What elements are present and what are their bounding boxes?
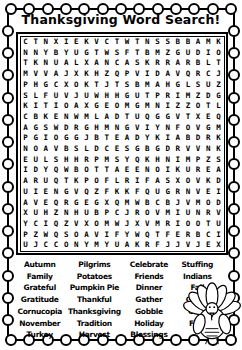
- chain-bead: [228, 92, 240, 104]
- grid-cell: C: [203, 229, 213, 240]
- grid-cell: S: [61, 229, 71, 240]
- letter-grid: CTNXIEKVCTWTNSSBBAMKNNYBYUGTWSFTBMZGUDIO…: [21, 37, 224, 251]
- grid-cell: N: [31, 47, 41, 58]
- grid-cell: G: [122, 122, 132, 133]
- grid-cell: M: [163, 208, 173, 219]
- grid-cell: F: [112, 229, 122, 240]
- chain-bead: [2, 270, 14, 282]
- grid-cell: E: [122, 165, 132, 176]
- grid-cell: F: [102, 186, 112, 197]
- grid-cell: N: [183, 186, 193, 197]
- grid-cell: I: [41, 133, 51, 144]
- grid-cell: I: [173, 208, 183, 219]
- grid-cell: M: [142, 79, 152, 90]
- word-item: Pumpkin Pie: [66, 282, 124, 294]
- grid-cell: B: [92, 133, 102, 144]
- grid-cell: A: [61, 58, 71, 69]
- word-item: Holiday: [123, 318, 175, 330]
- grid-cell: L: [183, 79, 193, 90]
- grid-cell: S: [193, 79, 203, 90]
- grid-cell: A: [71, 101, 81, 112]
- grid-cell: Z: [92, 186, 102, 197]
- grid-cell: B: [193, 58, 203, 69]
- grid-cell: S: [122, 79, 132, 90]
- grid-cell: A: [21, 176, 31, 187]
- grid-cell: V: [51, 143, 61, 154]
- grid-cell: G: [31, 122, 41, 133]
- grid-cell: M: [193, 197, 203, 208]
- grid-cell: I: [31, 186, 41, 197]
- word-item: Potatoes: [66, 271, 124, 283]
- grid-cell: Y: [61, 47, 71, 58]
- grid-cell: U: [21, 186, 31, 197]
- grid-cell: Y: [81, 240, 91, 251]
- grid-cell: N: [152, 101, 162, 112]
- word-item: Family: [14, 271, 66, 283]
- grid-cell: R: [61, 197, 71, 208]
- grid-cell: C: [102, 143, 112, 154]
- grid-cell: N: [193, 208, 203, 219]
- grid-cell: V: [193, 143, 203, 154]
- grid-cell: M: [203, 37, 213, 48]
- grid-cell: K: [213, 37, 223, 48]
- grid-cell: I: [61, 37, 71, 48]
- grid-cell: J: [81, 133, 91, 144]
- grid-cell: T: [31, 37, 41, 48]
- grid-cell: J: [102, 79, 112, 90]
- grid-cell: C: [31, 218, 41, 229]
- grid-cell: H: [71, 208, 81, 219]
- grid-cell: S: [21, 90, 31, 101]
- grid-cell: Z: [193, 90, 203, 101]
- word-item: Gratitude: [14, 294, 66, 306]
- grid-cell: S: [163, 37, 173, 48]
- grid-cell: Q: [142, 186, 152, 197]
- word-item: Cornucopia: [14, 306, 66, 318]
- grid-cell: B: [173, 37, 183, 48]
- grid-cell: I: [41, 218, 51, 229]
- grid-cell: J: [213, 69, 223, 80]
- grid-cell: V: [71, 186, 81, 197]
- grid-cell: A: [122, 133, 132, 144]
- grid-cell: Q: [142, 229, 152, 240]
- grid-cell: W: [51, 122, 61, 133]
- grid-cell: V: [173, 111, 183, 122]
- grid-inner-border: CTNXIEKVCTWTNSSBBAMKNNYBYUGTWSFTBMZGUDIO…: [20, 36, 225, 252]
- grid-cell: N: [112, 122, 122, 133]
- grid-cell: R: [193, 69, 203, 80]
- grid-cell: R: [152, 58, 162, 69]
- grid-cell: V: [193, 176, 203, 187]
- grid-cell: O: [92, 218, 102, 229]
- grid-cell: Q: [142, 111, 152, 122]
- grid-cell: U: [203, 79, 213, 90]
- grid-cell: T: [122, 111, 132, 122]
- grid-cell: E: [112, 133, 122, 144]
- grid-cell: Z: [173, 101, 183, 112]
- grid-cell: T: [142, 90, 152, 101]
- grid-cell: J: [122, 218, 132, 229]
- grid-cell: I: [173, 218, 183, 229]
- grid-cell: M: [183, 90, 193, 101]
- grid-cell: I: [142, 122, 152, 133]
- grid-cell: T: [102, 165, 112, 176]
- grid-cell: R: [122, 176, 132, 187]
- grid-cell: W: [112, 218, 122, 229]
- grid-cell: X: [21, 208, 31, 219]
- word-item: Thankful: [66, 294, 124, 306]
- grid-cell: G: [71, 197, 81, 208]
- word-item: Celebrate: [123, 259, 175, 271]
- grid-cell: C: [152, 197, 162, 208]
- grid-cell: G: [41, 79, 51, 90]
- grid-cell: X: [81, 101, 91, 112]
- grid-cell: Q: [81, 186, 91, 197]
- grid-cell: C: [21, 111, 31, 122]
- grid-cell: B: [193, 229, 203, 240]
- grid-cell: Z: [163, 47, 173, 58]
- chain-bead: [228, 203, 240, 215]
- grid-cell: X: [51, 37, 61, 48]
- grid-cell: F: [132, 186, 142, 197]
- grid-cell: B: [183, 133, 193, 144]
- grid-cell: I: [142, 69, 152, 80]
- word-item: Autumn: [14, 259, 66, 271]
- grid-cell: D: [163, 143, 173, 154]
- word-item: Blessings: [123, 329, 175, 341]
- chain-bead: [228, 181, 240, 193]
- grid-cell: Q: [51, 197, 61, 208]
- word-item: Gobble: [123, 306, 175, 318]
- grid-cell: K: [122, 186, 132, 197]
- grid-cell: I: [163, 165, 173, 176]
- grid-cell: K: [152, 133, 162, 144]
- chain-bead: [2, 181, 14, 193]
- grid-cell: O: [61, 101, 71, 112]
- grid-cell: F: [41, 90, 51, 101]
- grid-cell: X: [71, 69, 81, 80]
- grid-cell: I: [173, 90, 183, 101]
- word-column: CelebrateFriendsDinnerGatherGobbleHolida…: [123, 259, 175, 341]
- grid-cell: G: [122, 90, 132, 101]
- grid-cell: Y: [122, 154, 132, 165]
- grid-cell: V: [41, 69, 51, 80]
- grid-cell: H: [61, 154, 71, 165]
- grid-cell: R: [203, 208, 213, 219]
- word-item: Stuffing: [175, 259, 220, 271]
- grid-cell: U: [112, 240, 122, 251]
- grid-cell: N: [41, 37, 51, 48]
- grid-cell: R: [142, 240, 152, 251]
- grid-cell: G: [203, 122, 213, 133]
- grid-cell: R: [173, 143, 183, 154]
- grid-cell: A: [193, 37, 203, 48]
- word-item: Harvest: [66, 329, 124, 341]
- grid-cell: N: [142, 37, 152, 48]
- grid-cell: B: [132, 79, 142, 90]
- grid-cell: L: [203, 58, 213, 69]
- grid-cell: D: [112, 111, 122, 122]
- grid-cell: E: [41, 186, 51, 197]
- grid-cell: D: [213, 197, 223, 208]
- grid-cell: J: [61, 69, 71, 80]
- grid-cell: C: [51, 240, 61, 251]
- grid-cell: G: [81, 47, 91, 58]
- grid-cell: V: [92, 37, 102, 48]
- grid-cell: K: [81, 37, 91, 48]
- grid-cell: I: [31, 101, 41, 112]
- grid-cell: G: [152, 143, 162, 154]
- grid-cell: D: [92, 143, 102, 154]
- grid-cell: E: [41, 197, 51, 208]
- grid-cell: C: [112, 208, 122, 219]
- grid-cell: H: [92, 69, 102, 80]
- grid-cell: B: [163, 197, 173, 208]
- grid-cell: E: [203, 111, 213, 122]
- turkey-clipart: [180, 280, 242, 348]
- grid-cell: N: [61, 208, 71, 219]
- grid-cell: G: [81, 122, 91, 133]
- grid-cell: A: [122, 240, 132, 251]
- grid-cell: A: [102, 111, 112, 122]
- grid-cell: H: [112, 90, 122, 101]
- grid-cell: G: [163, 111, 173, 122]
- grid-cell: S: [112, 154, 122, 165]
- grid-cell: L: [41, 154, 51, 165]
- grid-cell: I: [21, 165, 31, 176]
- grid-cell: H: [41, 208, 51, 219]
- grid-cell: M: [102, 122, 112, 133]
- grid-cell: V: [92, 229, 102, 240]
- grid-cell: P: [81, 176, 91, 187]
- grid-cell: K: [31, 58, 41, 69]
- grid-cell: R: [183, 229, 193, 240]
- grid-cell: C: [21, 37, 31, 48]
- grid-cell: Q: [112, 197, 122, 208]
- grid-cell: U: [71, 47, 81, 58]
- grid-cell: Q: [213, 111, 223, 122]
- grid-cell: X: [173, 176, 183, 187]
- grid-cell: Z: [61, 218, 71, 229]
- chain-bead: [2, 225, 14, 237]
- grid-cell: Y: [41, 47, 51, 58]
- chain-bead: [228, 47, 240, 59]
- grid-cell: U: [183, 47, 193, 58]
- grid-cell: K: [41, 111, 51, 122]
- grid-cell: S: [122, 143, 132, 154]
- grid-cell: V: [213, 208, 223, 219]
- grid-cell: T: [92, 47, 102, 58]
- grid-cell: D: [31, 165, 41, 176]
- grid-cell: C: [102, 37, 112, 48]
- grid-cell: O: [112, 101, 122, 112]
- grid-cell: E: [51, 111, 61, 122]
- grid-cell: B: [31, 111, 41, 122]
- grid-cell: R: [183, 58, 193, 69]
- grid-cell: Y: [142, 133, 152, 144]
- chain-bead: [228, 247, 240, 259]
- grid-cell: O: [193, 218, 203, 229]
- grid-cell: M: [122, 101, 132, 112]
- grid-cell: H: [71, 154, 81, 165]
- grid-cell: V: [71, 218, 81, 229]
- grid-cell: D: [203, 90, 213, 101]
- grid-cell: I: [213, 229, 223, 240]
- grid-cell: G: [152, 111, 162, 122]
- grid-cell: Q: [51, 176, 61, 187]
- grid-cell: O: [142, 208, 152, 219]
- grid-cell: V: [183, 240, 193, 251]
- grid-cell: S: [51, 154, 61, 165]
- grid-cell: G: [163, 186, 173, 197]
- grid-cell: H: [92, 122, 102, 133]
- word-item: Thanksgiving: [66, 306, 124, 318]
- grid-cell: E: [203, 165, 213, 176]
- grid-cell: P: [92, 154, 102, 165]
- grid-cell: E: [102, 101, 112, 112]
- grid-cell: S: [163, 176, 173, 187]
- grid-cell: F: [142, 176, 152, 187]
- grid-cell: U: [81, 90, 91, 101]
- grid-cell: V: [183, 197, 193, 208]
- grid-cell: O: [193, 101, 203, 112]
- grid-cell: U: [31, 208, 41, 219]
- word-item: November: [14, 318, 66, 330]
- grid-cell: U: [41, 176, 51, 187]
- grid-cell: D: [61, 122, 71, 133]
- grid-cell: O: [81, 165, 91, 176]
- grid-cell: L: [31, 90, 41, 101]
- grid-cell: H: [102, 90, 112, 101]
- grid-cell: H: [31, 79, 41, 90]
- grid-cell: N: [203, 143, 213, 154]
- grid-cell: B: [142, 197, 152, 208]
- grid-cell: L: [213, 101, 223, 112]
- grid-cell: L: [71, 58, 81, 69]
- grid-cell: E: [81, 197, 91, 208]
- grid-cell: L: [81, 143, 91, 154]
- grid-cell: X: [193, 111, 203, 122]
- grid-cell: Y: [21, 218, 31, 229]
- grid-cell: G: [92, 197, 102, 208]
- grid-cell: B: [142, 143, 152, 154]
- grid-cell: V: [152, 208, 162, 219]
- grid-cell: U: [213, 218, 223, 229]
- word-item: Grateful: [14, 282, 66, 294]
- grid-cell: Y: [152, 122, 162, 133]
- grid-cell: U: [183, 165, 193, 176]
- chain-bead: [228, 136, 240, 148]
- grid-cell: I: [213, 186, 223, 197]
- grid-cell: K: [132, 240, 142, 251]
- grid-cell: Z: [102, 69, 112, 80]
- grid-cell: U: [152, 186, 162, 197]
- grid-cell: V: [193, 186, 203, 197]
- grid-cell: M: [152, 47, 162, 58]
- grid-cell: L: [92, 111, 102, 122]
- grid-cell: V: [132, 69, 142, 80]
- grid-cell: U: [51, 58, 61, 69]
- page-title: Thanksgiving Word Search!: [0, 12, 242, 27]
- grid-cell: E: [71, 37, 81, 48]
- grid-cell: U: [81, 208, 91, 219]
- chain-bead: [2, 158, 14, 170]
- grid-cell: G: [132, 101, 142, 112]
- grid-cell: P: [193, 154, 203, 165]
- grid-cell: V: [183, 143, 193, 154]
- grid-cell: U: [51, 90, 61, 101]
- grid-cell: U: [183, 208, 193, 219]
- chain-bead: [2, 203, 14, 215]
- chain-bead: [228, 69, 240, 81]
- grid-cell: O: [92, 176, 102, 187]
- grid-cell: T: [152, 229, 162, 240]
- grid-cell: W: [71, 111, 81, 122]
- grid-cell: Z: [183, 101, 193, 112]
- grid-cell: M: [142, 101, 152, 112]
- grid-cell: A: [41, 143, 51, 154]
- grid-cell: X: [61, 79, 71, 90]
- grid-cell: M: [81, 111, 91, 122]
- grid-cell: V: [142, 218, 152, 229]
- grid-cell: P: [122, 69, 132, 80]
- grid-cell: F: [152, 240, 162, 251]
- grid-cell: Y: [41, 165, 51, 176]
- grid-cell: R: [31, 176, 41, 187]
- worksheet-page: Thanksgiving Word Search! CTNXIEKVCTWTNS…: [0, 0, 242, 350]
- grid-cell: A: [21, 197, 31, 208]
- grid-cell: D: [213, 176, 223, 187]
- grid-cell: E: [203, 186, 213, 197]
- grid-cell: E: [21, 154, 31, 165]
- grid-cell: T: [132, 47, 142, 58]
- grid-cell: T: [61, 176, 71, 187]
- grid-cell: F: [102, 176, 112, 187]
- grid-cell: R: [81, 154, 91, 165]
- grid-cell: S: [132, 58, 142, 69]
- grid-cell: U: [31, 154, 41, 165]
- grid-cell: U: [132, 90, 142, 101]
- grid-cell: X: [81, 58, 91, 69]
- grid-cell: A: [122, 58, 132, 69]
- grid-cell: N: [21, 47, 31, 58]
- grid-cell: A: [81, 229, 91, 240]
- grid-cell: A: [173, 58, 183, 69]
- grid-cell: T: [41, 101, 51, 112]
- grid-cell: X: [81, 218, 91, 229]
- grid-cell: K: [81, 69, 91, 80]
- grid-cell: P: [21, 79, 31, 90]
- grid-cell: C: [112, 58, 122, 69]
- grid-cell: X: [132, 218, 142, 229]
- grid-cell: A: [173, 133, 183, 144]
- grid-cell: A: [152, 176, 162, 187]
- grid-cell: E: [173, 229, 183, 240]
- chain-bead: [2, 314, 14, 326]
- grid-cell: X: [102, 197, 112, 208]
- chain-bead: [228, 158, 240, 170]
- grid-cell: S: [213, 154, 223, 165]
- grid-cell: Q: [51, 165, 61, 176]
- grid-cell: R: [163, 90, 173, 101]
- grid-cell: W: [132, 229, 142, 240]
- grid-cell: M: [213, 122, 223, 133]
- grid-cell: K: [213, 133, 223, 144]
- grid-cell: T: [213, 58, 223, 69]
- grid-cell: W: [41, 229, 51, 240]
- grid-cell: I: [163, 133, 173, 144]
- grid-cell: O: [31, 143, 41, 154]
